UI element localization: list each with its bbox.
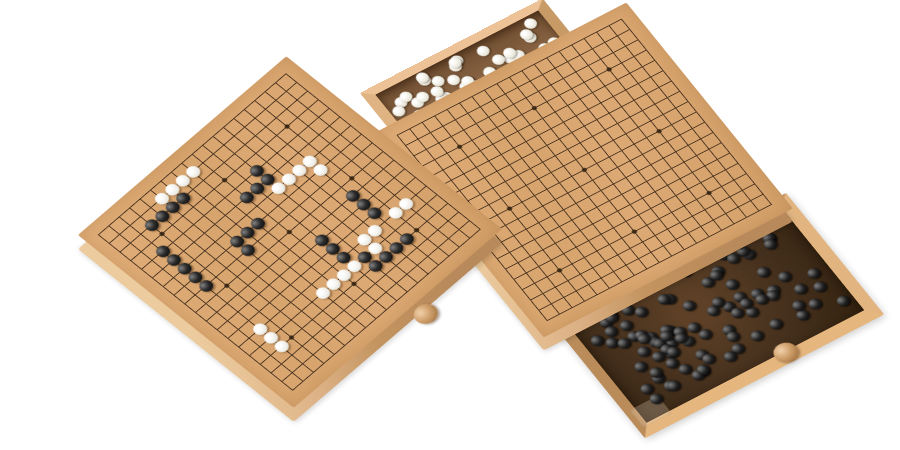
black-stone [681, 298, 699, 313]
black-stone [588, 333, 606, 348]
black-stone [834, 294, 852, 309]
black-stone [806, 297, 824, 312]
white-stone [474, 44, 492, 59]
black-stone [635, 345, 653, 360]
black-stone [748, 328, 766, 343]
product-photo-scene [0, 0, 900, 450]
black-stone [632, 305, 650, 320]
black-stone [776, 269, 794, 284]
black-stone [811, 279, 829, 294]
black-stone [723, 277, 741, 292]
drawer-knob [769, 339, 803, 366]
black-stone [805, 266, 823, 281]
black-stone [632, 359, 650, 374]
black-stone [792, 282, 810, 297]
black-stone [767, 317, 785, 332]
black-stone [754, 265, 772, 280]
